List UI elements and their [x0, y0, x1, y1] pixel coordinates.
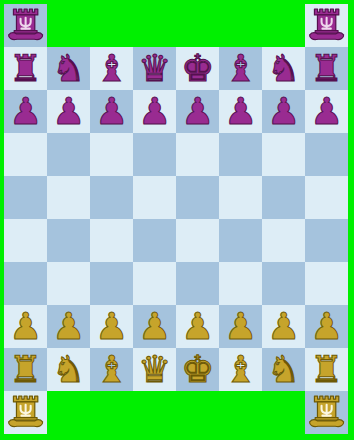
gold-rook-piece[interactable]: ♜ — [9, 351, 42, 388]
square-g3[interactable] — [262, 262, 305, 305]
gold-pawn-piece[interactable]: ♟ — [52, 308, 85, 345]
purple-knight-piece[interactable]: ♞ — [267, 50, 300, 87]
square-h8[interactable]: ♜ — [305, 47, 348, 90]
square-b6[interactable] — [47, 133, 90, 176]
corner-square-below-a1[interactable] — [4, 391, 47, 434]
purple-ship-piece[interactable] — [306, 5, 347, 46]
purple-knight-piece[interactable]: ♞ — [52, 50, 85, 87]
gold-knight-piece[interactable]: ♞ — [267, 351, 300, 388]
square-e6[interactable] — [176, 133, 219, 176]
square-e2[interactable]: ♟ — [176, 305, 219, 348]
purple-bishop-piece[interactable]: ♝ — [95, 50, 128, 87]
ship-icon — [5, 5, 46, 46]
square-d1[interactable]: ♛ — [133, 348, 176, 391]
background-gap — [133, 391, 176, 434]
board-grid: ♜♞♝♛♚♝♞♜♟♟♟♟♟♟♟♟♟♟♟♟♟♟♟♟♜♞♝♛♚♝♞♜ — [4, 4, 348, 434]
background-gap — [219, 391, 262, 434]
square-e7[interactable]: ♟ — [176, 90, 219, 133]
square-c6[interactable] — [90, 133, 133, 176]
square-g5[interactable] — [262, 176, 305, 219]
background-gap — [90, 391, 133, 434]
corner-square-above-a8[interactable] — [4, 4, 47, 47]
purple-rook-piece[interactable]: ♜ — [9, 50, 42, 87]
ship-icon — [5, 392, 46, 433]
square-b4[interactable] — [47, 219, 90, 262]
square-f5[interactable] — [219, 176, 262, 219]
square-g7[interactable]: ♟ — [262, 90, 305, 133]
ship-icon — [306, 392, 347, 433]
square-a6[interactable] — [4, 133, 47, 176]
square-c8[interactable]: ♝ — [90, 47, 133, 90]
gold-pawn-piece[interactable]: ♟ — [310, 308, 343, 345]
purple-rook-piece[interactable]: ♜ — [310, 50, 343, 87]
gold-pawn-piece[interactable]: ♟ — [267, 308, 300, 345]
square-g8[interactable]: ♞ — [262, 47, 305, 90]
background-gap — [262, 391, 305, 434]
square-h5[interactable] — [305, 176, 348, 219]
square-a8[interactable]: ♜ — [4, 47, 47, 90]
purple-pawn-piece[interactable]: ♟ — [310, 93, 343, 130]
square-a5[interactable] — [4, 176, 47, 219]
square-f8[interactable]: ♝ — [219, 47, 262, 90]
square-h4[interactable] — [305, 219, 348, 262]
gold-pawn-piece[interactable]: ♟ — [9, 308, 42, 345]
purple-bishop-piece[interactable]: ♝ — [224, 50, 257, 87]
square-b5[interactable] — [47, 176, 90, 219]
background-gap — [176, 4, 219, 47]
square-c2[interactable]: ♟ — [90, 305, 133, 348]
square-f3[interactable] — [219, 262, 262, 305]
square-g6[interactable] — [262, 133, 305, 176]
gold-pawn-piece[interactable]: ♟ — [181, 308, 214, 345]
background-gap — [262, 4, 305, 47]
square-c4[interactable] — [90, 219, 133, 262]
square-c7[interactable]: ♟ — [90, 90, 133, 133]
gold-ship-piece[interactable] — [306, 392, 347, 433]
square-f7[interactable]: ♟ — [219, 90, 262, 133]
square-a7[interactable]: ♟ — [4, 90, 47, 133]
gold-bishop-piece[interactable]: ♝ — [224, 351, 257, 388]
square-d4[interactable] — [133, 219, 176, 262]
game-window-background: ♜♞♝♛♚♝♞♜♟♟♟♟♟♟♟♟♟♟♟♟♟♟♟♟♜♞♝♛♚♝♞♜ — [0, 0, 354, 440]
square-d6[interactable] — [133, 133, 176, 176]
square-e4[interactable] — [176, 219, 219, 262]
square-a3[interactable] — [4, 262, 47, 305]
purple-pawn-piece[interactable]: ♟ — [181, 93, 214, 130]
square-d7[interactable]: ♟ — [133, 90, 176, 133]
square-h6[interactable] — [305, 133, 348, 176]
square-f6[interactable] — [219, 133, 262, 176]
square-h7[interactable]: ♟ — [305, 90, 348, 133]
purple-pawn-piece[interactable]: ♟ — [267, 93, 300, 130]
purple-queen-piece[interactable]: ♛ — [138, 50, 171, 87]
gold-knight-piece[interactable]: ♞ — [52, 351, 85, 388]
square-g2[interactable]: ♟ — [262, 305, 305, 348]
square-c3[interactable] — [90, 262, 133, 305]
gold-queen-piece[interactable]: ♛ — [138, 351, 171, 388]
square-d2[interactable]: ♟ — [133, 305, 176, 348]
corner-square-below-h1[interactable] — [305, 391, 348, 434]
square-b7[interactable]: ♟ — [47, 90, 90, 133]
square-g4[interactable] — [262, 219, 305, 262]
gold-ship-piece[interactable] — [5, 392, 46, 433]
square-h2[interactable]: ♟ — [305, 305, 348, 348]
square-f1[interactable]: ♝ — [219, 348, 262, 391]
corner-square-above-h8[interactable] — [305, 4, 348, 47]
purple-pawn-piece[interactable]: ♟ — [95, 93, 128, 130]
gold-king-piece[interactable]: ♚ — [181, 351, 214, 388]
background-gap — [47, 391, 90, 434]
background-gap — [47, 4, 90, 47]
square-h3[interactable] — [305, 262, 348, 305]
purple-pawn-piece[interactable]: ♟ — [138, 93, 171, 130]
square-b8[interactable]: ♞ — [47, 47, 90, 90]
purple-pawn-piece[interactable]: ♟ — [52, 93, 85, 130]
square-b3[interactable] — [47, 262, 90, 305]
square-e8[interactable]: ♚ — [176, 47, 219, 90]
background-gap — [176, 391, 219, 434]
square-d8[interactable]: ♛ — [133, 47, 176, 90]
gold-rook-piece[interactable]: ♜ — [310, 351, 343, 388]
square-f4[interactable] — [219, 219, 262, 262]
background-gap — [90, 4, 133, 47]
square-e5[interactable] — [176, 176, 219, 219]
ship-icon — [306, 5, 347, 46]
gold-bishop-piece[interactable]: ♝ — [95, 351, 128, 388]
purple-king-piece[interactable]: ♚ — [181, 50, 214, 87]
purple-ship-piece[interactable] — [5, 5, 46, 46]
purple-pawn-piece[interactable]: ♟ — [224, 93, 257, 130]
purple-pawn-piece[interactable]: ♟ — [9, 93, 42, 130]
square-e3[interactable] — [176, 262, 219, 305]
square-b1[interactable]: ♞ — [47, 348, 90, 391]
gold-pawn-piece[interactable]: ♟ — [95, 308, 128, 345]
gold-pawn-piece[interactable]: ♟ — [224, 308, 257, 345]
square-a2[interactable]: ♟ — [4, 305, 47, 348]
square-h1[interactable]: ♜ — [305, 348, 348, 391]
square-e1[interactable]: ♚ — [176, 348, 219, 391]
square-a1[interactable]: ♜ — [4, 348, 47, 391]
square-d3[interactable] — [133, 262, 176, 305]
background-gap — [133, 4, 176, 47]
gold-pawn-piece[interactable]: ♟ — [138, 308, 171, 345]
square-c1[interactable]: ♝ — [90, 348, 133, 391]
square-c5[interactable] — [90, 176, 133, 219]
background-gap — [219, 4, 262, 47]
square-a4[interactable] — [4, 219, 47, 262]
square-g1[interactable]: ♞ — [262, 348, 305, 391]
square-f2[interactable]: ♟ — [219, 305, 262, 348]
square-d5[interactable] — [133, 176, 176, 219]
square-b2[interactable]: ♟ — [47, 305, 90, 348]
